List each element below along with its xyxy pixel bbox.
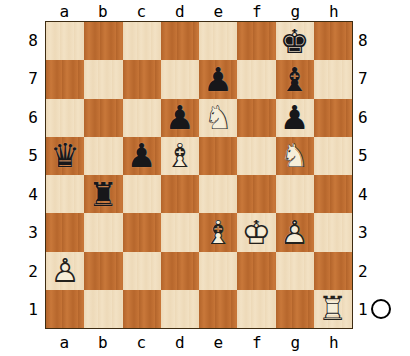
- square-c6[interactable]: [123, 99, 161, 137]
- black-king-g8: ♚: [276, 22, 314, 60]
- square-d6[interactable]: ♟: [161, 99, 199, 137]
- black-rook-b4: ♜: [84, 175, 122, 213]
- file-labels-bottom: abcdefgh: [45, 329, 353, 355]
- square-c1[interactable]: [123, 290, 161, 328]
- piece-fill-glyph: ♛: [46, 137, 84, 175]
- square-c2[interactable]: [123, 252, 161, 290]
- file-label-bottom-c: c: [122, 329, 161, 355]
- square-e4[interactable]: [199, 175, 237, 213]
- square-d8[interactable]: [161, 22, 199, 60]
- chess-diagram: abcdefgh abcdefgh 87654321 87654321 ♚♟♝♟…: [0, 0, 410, 356]
- file-label-top-d: d: [161, 0, 200, 22]
- file-label-bottom-h: h: [315, 329, 354, 355]
- square-c3[interactable]: [123, 213, 161, 251]
- square-g6[interactable]: ♟: [276, 99, 314, 137]
- file-label-top-c: c: [122, 0, 161, 22]
- black-pawn-e7: ♟: [199, 60, 237, 98]
- square-d2[interactable]: [161, 252, 199, 290]
- square-e5[interactable]: [199, 137, 237, 175]
- file-label-bottom-g: g: [276, 329, 315, 355]
- square-b1[interactable]: [84, 290, 122, 328]
- piece-fill-glyph: ♜: [314, 290, 352, 328]
- square-h3[interactable]: [314, 213, 352, 251]
- rank-label-left-6: 6: [20, 98, 44, 137]
- rank-label-left-2: 2: [20, 252, 44, 291]
- square-h4[interactable]: [314, 175, 352, 213]
- rank-label-right-6: 6: [354, 98, 378, 137]
- rank-label-left-7: 7: [20, 60, 44, 99]
- rank-label-left-5: 5: [20, 137, 44, 176]
- square-a2[interactable]: ♟♙: [46, 252, 84, 290]
- square-c5[interactable]: ♟: [123, 137, 161, 175]
- square-f5[interactable]: [237, 137, 275, 175]
- square-d1[interactable]: [161, 290, 199, 328]
- piece-fill-glyph: ♝: [276, 60, 314, 98]
- rank-label-right-3: 3: [354, 214, 378, 253]
- square-f2[interactable]: [237, 252, 275, 290]
- piece-fill-glyph: ♜: [84, 175, 122, 213]
- square-e3[interactable]: ♝♗: [199, 213, 237, 251]
- rank-label-left-1: 1: [20, 291, 44, 330]
- rank-label-right-7: 7: [354, 60, 378, 99]
- file-label-bottom-f: f: [238, 329, 277, 355]
- white-pawn-a2: ♟♙: [46, 252, 84, 290]
- piece-outline-glyph: ♔: [237, 213, 275, 251]
- file-labels-top: abcdefgh: [45, 0, 353, 22]
- square-b4[interactable]: ♜: [84, 175, 122, 213]
- square-h6[interactable]: [314, 99, 352, 137]
- piece-fill-glyph: ♚: [237, 213, 275, 251]
- file-label-top-g: g: [276, 0, 315, 22]
- piece-fill-glyph: ♝: [199, 213, 237, 251]
- piece-outline-glyph: ♘: [199, 99, 237, 137]
- white-knight-g5: ♞♘: [276, 137, 314, 175]
- file-label-top-b: b: [84, 0, 123, 22]
- rank-label-right-8: 8: [354, 21, 378, 60]
- square-d3[interactable]: [161, 213, 199, 251]
- white-king-f3: ♚♔: [237, 213, 275, 251]
- square-a6[interactable]: [46, 99, 84, 137]
- piece-outline-glyph: ♙: [46, 252, 84, 290]
- square-g2[interactable]: [276, 252, 314, 290]
- white-knight-e6: ♞♘: [199, 99, 237, 137]
- white-bishop-d5: ♝♗: [161, 137, 199, 175]
- square-b8[interactable]: [84, 22, 122, 60]
- file-label-top-h: h: [315, 0, 354, 22]
- file-label-bottom-e: e: [199, 329, 238, 355]
- square-a1[interactable]: [46, 290, 84, 328]
- square-h1[interactable]: ♜♖: [314, 290, 352, 328]
- square-e6[interactable]: ♞♘: [199, 99, 237, 137]
- square-a7[interactable]: [46, 60, 84, 98]
- square-b6[interactable]: [84, 99, 122, 137]
- square-h7[interactable]: [314, 60, 352, 98]
- piece-fill-glyph: ♟: [123, 137, 161, 175]
- rank-label-right-5: 5: [354, 137, 378, 176]
- rank-label-left-4: 4: [20, 175, 44, 214]
- square-f8[interactable]: [237, 22, 275, 60]
- square-c4[interactable]: [123, 175, 161, 213]
- piece-outline-glyph: ♗: [199, 213, 237, 251]
- file-label-top-f: f: [238, 0, 277, 22]
- rank-label-right-4: 4: [354, 175, 378, 214]
- file-label-top-a: a: [45, 0, 84, 22]
- white-rook-h1: ♜♖: [314, 290, 352, 328]
- square-b3[interactable]: [84, 213, 122, 251]
- rank-label-left-3: 3: [20, 214, 44, 253]
- piece-fill-glyph: ♞: [276, 137, 314, 175]
- square-b7[interactable]: [84, 60, 122, 98]
- square-f6[interactable]: [237, 99, 275, 137]
- square-h2[interactable]: [314, 252, 352, 290]
- square-b5[interactable]: [84, 137, 122, 175]
- square-g7[interactable]: ♝: [276, 60, 314, 98]
- rank-labels-left: 87654321: [20, 21, 44, 329]
- file-label-top-e: e: [199, 0, 238, 22]
- rank-label-right-2: 2: [354, 252, 378, 291]
- square-c7[interactable]: [123, 60, 161, 98]
- square-f4[interactable]: [237, 175, 275, 213]
- piece-outline-glyph: ♘: [276, 137, 314, 175]
- square-f7[interactable]: [237, 60, 275, 98]
- square-g1[interactable]: [276, 290, 314, 328]
- square-d4[interactable]: [161, 175, 199, 213]
- square-e8[interactable]: [199, 22, 237, 60]
- square-g3[interactable]: ♟♙: [276, 213, 314, 251]
- black-pawn-d6: ♟: [161, 99, 199, 137]
- piece-outline-glyph: ♙: [276, 213, 314, 251]
- file-label-bottom-b: b: [84, 329, 123, 355]
- square-a5[interactable]: ♛: [46, 137, 84, 175]
- square-e1[interactable]: [199, 290, 237, 328]
- square-a3[interactable]: [46, 213, 84, 251]
- square-c8[interactable]: [123, 22, 161, 60]
- piece-fill-glyph: ♝: [161, 137, 199, 175]
- square-a4[interactable]: [46, 175, 84, 213]
- chess-board: ♚♟♝♟♞♘♟♛♟♝♗♞♘♜♝♗♚♔♟♙♟♙♜♖: [45, 21, 353, 329]
- square-f1[interactable]: [237, 290, 275, 328]
- square-g8[interactable]: ♚: [276, 22, 314, 60]
- piece-fill-glyph: ♟: [199, 60, 237, 98]
- black-bishop-g7: ♝: [276, 60, 314, 98]
- white-bishop-e3: ♝♗: [199, 213, 237, 251]
- rank-labels-right: 87654321: [354, 21, 378, 329]
- square-e2[interactable]: [199, 252, 237, 290]
- piece-outline-glyph: ♗: [161, 137, 199, 175]
- piece-fill-glyph: ♟: [276, 213, 314, 251]
- piece-fill-glyph: ♟: [161, 99, 199, 137]
- white-pawn-g3: ♟♙: [276, 213, 314, 251]
- square-d7[interactable]: [161, 60, 199, 98]
- square-f3[interactable]: ♚♔: [237, 213, 275, 251]
- file-label-bottom-d: d: [161, 329, 200, 355]
- piece-outline-glyph: ♖: [314, 290, 352, 328]
- black-queen-a5: ♛: [46, 137, 84, 175]
- square-g5[interactable]: ♞♘: [276, 137, 314, 175]
- square-d5[interactable]: ♝♗: [161, 137, 199, 175]
- black-pawn-g6: ♟: [276, 99, 314, 137]
- black-pawn-c5: ♟: [123, 137, 161, 175]
- piece-fill-glyph: ♟: [46, 252, 84, 290]
- piece-fill-glyph: ♞: [199, 99, 237, 137]
- rank-label-left-8: 8: [20, 21, 44, 60]
- square-a8[interactable]: [46, 22, 84, 60]
- square-h8[interactable]: [314, 22, 352, 60]
- piece-fill-glyph: ♚: [276, 22, 314, 60]
- file-label-bottom-a: a: [45, 329, 84, 355]
- piece-fill-glyph: ♟: [276, 99, 314, 137]
- square-b2[interactable]: [84, 252, 122, 290]
- square-g4[interactable]: [276, 175, 314, 213]
- white-to-move-indicator: [371, 299, 391, 319]
- square-e7[interactable]: ♟: [199, 60, 237, 98]
- square-h5[interactable]: [314, 137, 352, 175]
